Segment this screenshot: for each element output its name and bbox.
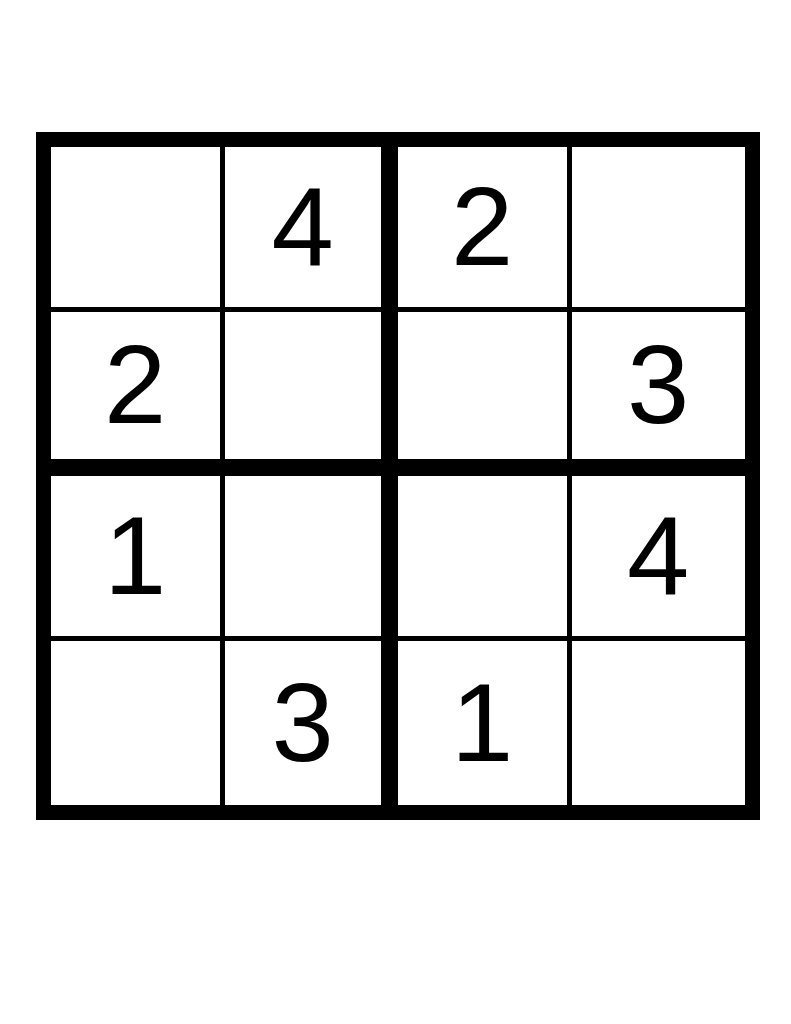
cell-r1c4[interactable]: [572, 147, 746, 312]
cell-r4c2[interactable]: 3: [225, 641, 399, 806]
cell-digit: 2: [104, 329, 166, 441]
cell-r4c1[interactable]: [51, 641, 225, 806]
cell-digit: 4: [627, 500, 689, 612]
cell-digit: 3: [627, 329, 689, 441]
cell-r2c2[interactable]: [225, 312, 399, 477]
cell-digit: 3: [272, 667, 334, 779]
cell-r1c3[interactable]: 2: [398, 147, 572, 312]
cell-r1c2[interactable]: 4: [225, 147, 399, 312]
cell-digit: 1: [104, 500, 166, 612]
cell-digit: 2: [451, 171, 513, 283]
cell-digit: 1: [451, 667, 513, 779]
cell-r3c4[interactable]: 4: [572, 476, 746, 641]
cell-digit: 4: [272, 171, 334, 283]
cell-r3c2[interactable]: [225, 476, 399, 641]
cell-r3c1[interactable]: 1: [51, 476, 225, 641]
cell-r2c3[interactable]: [398, 312, 572, 477]
cell-r4c3[interactable]: 1: [398, 641, 572, 806]
cell-r3c3[interactable]: [398, 476, 572, 641]
cell-r4c4[interactable]: [572, 641, 746, 806]
cell-r2c1[interactable]: 2: [51, 312, 225, 477]
sudoku-board: 4 2 2 3 1 4 3 1: [36, 132, 760, 820]
cell-r2c4[interactable]: 3: [572, 312, 746, 477]
page-background: 4 2 2 3 1 4 3 1: [0, 0, 791, 1024]
cell-r1c1[interactable]: [51, 147, 225, 312]
